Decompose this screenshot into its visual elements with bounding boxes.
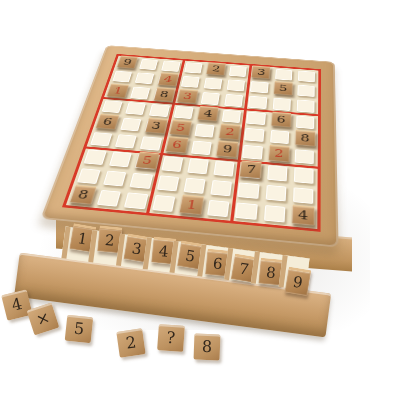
board-tile: 2: [206, 62, 226, 75]
board-tile: 4: [157, 72, 178, 86]
board-cell: 4: [289, 205, 318, 229]
board-tile: 4: [197, 105, 219, 121]
cell-surface: [265, 185, 286, 202]
loose-tile: ?: [157, 324, 185, 352]
board-tile: 1: [107, 83, 130, 97]
drawer-slot: 1: [61, 226, 92, 261]
cell-surface: [149, 104, 169, 117]
board-cell: [290, 165, 317, 187]
wooden-frame: 92345183466352869257814: [40, 45, 338, 247]
board-tile: 7: [240, 160, 263, 178]
cell-surface: [130, 87, 150, 99]
cell-surface: [263, 205, 285, 223]
board-tile: 8: [153, 87, 175, 102]
loose-tile: 2: [116, 328, 145, 357]
board-cell: [241, 126, 268, 145]
board-tile: 6: [165, 136, 189, 153]
cell-surface: [97, 190, 121, 207]
cell-surface: [270, 130, 289, 144]
cell-surface: [211, 180, 233, 196]
drawer-slot: 8: [251, 251, 282, 286]
loose-tile: 8: [194, 334, 221, 361]
cell-surface: [227, 80, 245, 92]
cell-surface: [294, 149, 313, 164]
cell-surface: [297, 85, 315, 97]
board-tile: 5: [135, 152, 160, 170]
cell-surface: [298, 71, 315, 83]
cell-surface: [222, 110, 241, 123]
cell-surface: [293, 187, 314, 204]
board-tile: 1: [179, 194, 204, 214]
loose-tile: 5: [65, 315, 94, 344]
board-cell: [260, 202, 290, 226]
board-cell: [191, 122, 219, 141]
cell-surface: [207, 200, 230, 217]
board-tile: 4: [291, 204, 314, 225]
drawer-slot: 3: [116, 234, 147, 269]
cell-surface: [246, 112, 265, 125]
board-tile: 3: [144, 117, 167, 133]
cell-surface: [235, 202, 257, 219]
cell-surface: [272, 98, 290, 111]
cell-surface: [294, 168, 314, 184]
cell-surface: [162, 61, 181, 72]
drawer-slot: 6: [197, 244, 228, 279]
board-cell: 4: [194, 106, 221, 124]
board-cell: [262, 182, 291, 205]
board-cell: [234, 180, 263, 203]
board-tile: 5: [273, 81, 293, 95]
cell-surface: [229, 66, 247, 77]
board-tile: 6: [96, 113, 120, 129]
cell-surface: [120, 118, 141, 132]
cell-surface: [224, 94, 243, 107]
board-tile: 2: [219, 123, 241, 139]
cell-surface: [84, 150, 107, 165]
cell-surface: [181, 76, 200, 88]
board-cell: [184, 156, 213, 177]
cell-surface: [238, 182, 259, 199]
board-tile: 5: [169, 119, 192, 135]
cell-surface: [242, 145, 262, 160]
cell-surface: [204, 78, 223, 90]
sudoku-board: 92345183466352869257814: [40, 45, 338, 247]
board-tile: 6: [271, 111, 292, 127]
cell-surface: [103, 170, 126, 186]
cell-surface: [139, 59, 158, 70]
cell-surface: [77, 168, 101, 184]
sudoku-grid: 92345183466352869257814: [62, 54, 321, 232]
cell-surface: [201, 92, 220, 105]
cell-surface: [130, 173, 153, 189]
cell-surface: [275, 69, 292, 81]
cell-surface: [191, 141, 212, 156]
board-tile: 9: [216, 140, 239, 157]
cell-surface: [244, 128, 264, 142]
cell-surface: [297, 100, 315, 113]
board-tile: 8: [295, 130, 316, 147]
drawer-slot: 2: [89, 230, 120, 265]
board-cell: [232, 200, 262, 224]
cell-surface: [90, 132, 112, 146]
board-cell: 7: [237, 161, 265, 182]
cell-surface: [194, 124, 214, 138]
cell-surface: [296, 115, 314, 129]
board-cell: [263, 163, 291, 184]
cell-surface: [248, 96, 267, 109]
board-tile: 8: [70, 185, 97, 205]
cell-surface: [124, 192, 148, 209]
drawer-slot: 9: [278, 255, 309, 290]
cell-surface: [135, 73, 155, 85]
cell-surface: [125, 102, 146, 115]
cell-surface: [157, 175, 180, 191]
cell-surface: [112, 71, 132, 83]
cell-surface: [267, 165, 287, 181]
cell-surface: [102, 100, 123, 113]
cell-surface: [109, 152, 132, 167]
board-tile: 9: [117, 55, 138, 68]
cell-surface: [183, 177, 205, 193]
drawer-slot: 5: [170, 241, 201, 276]
cell-surface: [161, 156, 183, 171]
cell-surface: [140, 136, 162, 150]
board-tile: 3: [177, 88, 199, 103]
board-tile: 3: [251, 65, 270, 79]
cell-surface: [184, 62, 203, 73]
drawer-tile: 9: [284, 267, 311, 296]
cell-surface: [152, 195, 175, 212]
board-cell: [243, 110, 269, 128]
cell-surface: [214, 161, 235, 177]
drawer-slot: 7: [224, 248, 255, 283]
board-cell: 8: [292, 130, 318, 149]
board-tile: 2: [268, 145, 290, 163]
product-photo-sudoku: { "game": "sudoku", "description": "Wood…: [0, 0, 400, 400]
cell-surface: [250, 81, 268, 93]
board-cell: 6: [268, 111, 294, 129]
cell-surface: [187, 159, 209, 174]
cell-surface: [173, 106, 193, 119]
cell-surface: [115, 134, 137, 148]
drawer-slot: 4: [143, 237, 174, 272]
board-cell: 1: [176, 195, 207, 219]
